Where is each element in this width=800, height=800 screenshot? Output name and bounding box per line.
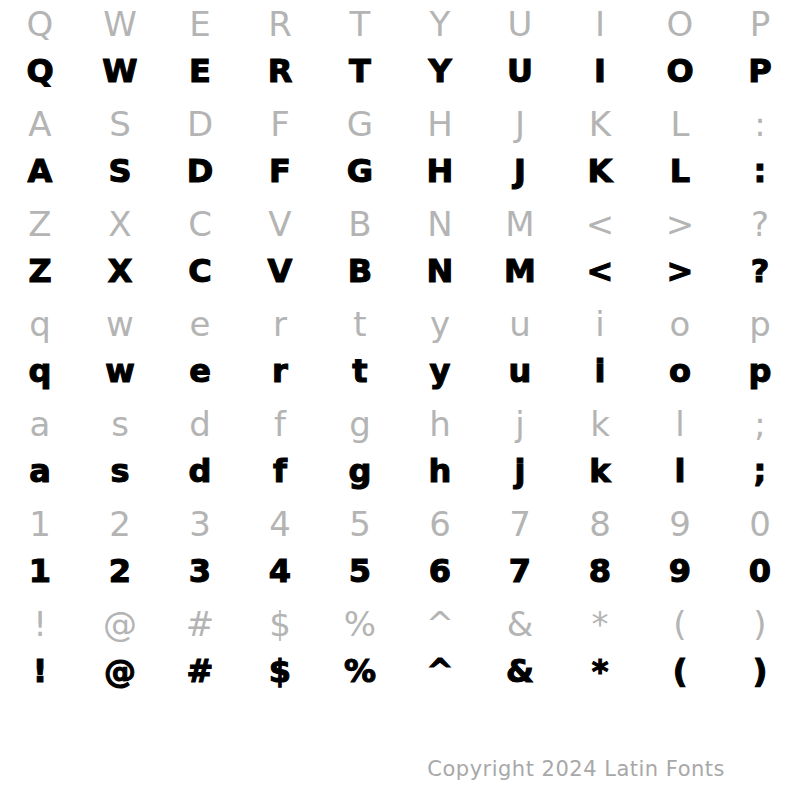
glyph-cell-r14-c8: * — [560, 650, 640, 700]
glyph-cell-r8-c2: w — [80, 350, 160, 400]
glyph-cell-r4-c6: H — [400, 150, 480, 200]
glyph-cell-r8-c9: o — [640, 350, 720, 400]
bold-glyph: & — [506, 655, 534, 687]
light-glyph: 1 — [29, 507, 51, 541]
glyph-cell-r12-c2: 2 — [80, 550, 160, 600]
glyph-cell-r14-c5: % — [320, 650, 400, 700]
bold-glyph: 0 — [749, 555, 771, 587]
bold-glyph: < — [587, 255, 614, 287]
glyph-cell-r5-c7: M — [480, 200, 560, 250]
light-glyph: G — [347, 107, 373, 141]
bold-glyph: O — [666, 55, 693, 87]
glyph-cell-r13-c1: ! — [0, 600, 80, 650]
glyph-cell-r4-c5: G — [320, 150, 400, 200]
bold-glyph: k — [589, 455, 610, 487]
glyph-cell-r14-c10: ) — [720, 650, 800, 700]
glyph-cell-r12-c4: 4 — [240, 550, 320, 600]
bold-glyph: H — [427, 155, 454, 187]
light-glyph: L — [671, 107, 690, 141]
bold-glyph: * — [592, 655, 609, 687]
light-glyph: H — [427, 107, 453, 141]
bold-glyph: B — [348, 255, 372, 287]
bold-glyph: I — [594, 55, 606, 87]
light-glyph: ? — [751, 207, 769, 241]
glyph-cell-r5-c6: N — [400, 200, 480, 250]
bold-glyph: S — [108, 155, 131, 187]
glyph-cell-r7-c4: r — [240, 300, 320, 350]
light-glyph: T — [350, 7, 371, 41]
light-glyph: j — [515, 407, 524, 441]
glyph-cell-r13-c10: ) — [720, 600, 800, 650]
glyph-cell-r12-c10: 0 — [720, 550, 800, 600]
light-glyph: 5 — [349, 507, 371, 541]
glyph-cell-r6-c5: B — [320, 250, 400, 300]
glyph-cell-r14-c9: ( — [640, 650, 720, 700]
bold-glyph: ! — [33, 655, 48, 687]
light-glyph: t — [353, 307, 366, 341]
bold-glyph: w — [105, 355, 135, 387]
bold-glyph: L — [670, 155, 690, 187]
glyph-cell-r12-c7: 7 — [480, 550, 560, 600]
glyph-cell-r11-c6: 6 — [400, 500, 480, 550]
light-glyph: y — [430, 307, 450, 341]
glyph-cell-r13-c6: ^ — [400, 600, 480, 650]
light-glyph: 7 — [509, 507, 531, 541]
glyph-cell-r12-c5: 5 — [320, 550, 400, 600]
glyph-cell-r8-c3: e — [160, 350, 240, 400]
bold-glyph: $ — [269, 655, 291, 687]
light-glyph: ; — [754, 407, 765, 441]
light-glyph: a — [30, 407, 51, 441]
glyph-cell-r14-c2: @ — [80, 650, 160, 700]
light-glyph: * — [592, 607, 609, 641]
glyph-cell-r9-c3: d — [160, 400, 240, 450]
light-glyph: A — [28, 107, 51, 141]
bold-glyph: s — [110, 455, 129, 487]
glyph-cell-r8-c8: i — [560, 350, 640, 400]
glyph-cell-r9-c8: k — [560, 400, 640, 450]
light-glyph: X — [108, 207, 131, 241]
light-glyph: E — [189, 7, 210, 41]
bold-glyph: R — [268, 55, 293, 87]
glyph-cell-r1-c4: R — [240, 0, 320, 50]
glyph-cell-r2-c1: Q — [0, 50, 80, 100]
glyph-cell-r10-c1: a — [0, 450, 80, 500]
glyph-cell-r7-c10: p — [720, 300, 800, 350]
glyph-cell-r3-c6: H — [400, 100, 480, 150]
bold-glyph: e — [189, 355, 211, 387]
light-glyph: J — [515, 107, 525, 141]
glyph-cell-r3-c3: D — [160, 100, 240, 150]
light-glyph: V — [268, 207, 291, 241]
light-glyph: 3 — [189, 507, 211, 541]
light-glyph: s — [111, 407, 129, 441]
bold-glyph: N — [427, 255, 454, 287]
glyph-cell-r6-c3: C — [160, 250, 240, 300]
glyph-cell-r6-c2: X — [80, 250, 160, 300]
glyph-cell-r7-c1: q — [0, 300, 80, 350]
bold-glyph: 3 — [189, 555, 211, 587]
glyph-cell-r5-c4: V — [240, 200, 320, 250]
bold-glyph: J — [514, 155, 526, 187]
light-glyph: U — [508, 7, 533, 41]
light-glyph: Z — [28, 207, 51, 241]
light-glyph: g — [349, 407, 371, 441]
bold-glyph: 9 — [669, 555, 691, 587]
bold-glyph: 2 — [109, 555, 131, 587]
glyph-cell-r7-c7: u — [480, 300, 560, 350]
bold-glyph: r — [272, 355, 288, 387]
glyph-cell-r3-c8: K — [560, 100, 640, 150]
glyph-cell-r11-c10: 0 — [720, 500, 800, 550]
glyph-cell-r2-c8: I — [560, 50, 640, 100]
bold-glyph: E — [189, 55, 211, 87]
glyph-cell-r7-c2: w — [80, 300, 160, 350]
light-glyph: w — [106, 307, 134, 341]
glyph-cell-r1-c2: W — [80, 0, 160, 50]
glyph-cell-r4-c10: : — [720, 150, 800, 200]
light-glyph: Q — [27, 7, 54, 41]
bold-glyph: U — [507, 55, 533, 87]
glyph-cell-r5-c1: Z — [0, 200, 80, 250]
light-glyph: F — [270, 107, 290, 141]
bold-glyph: X — [108, 255, 133, 287]
bold-glyph: i — [595, 355, 606, 387]
bold-glyph: d — [189, 455, 212, 487]
light-glyph: d — [189, 407, 211, 441]
light-glyph: S — [109, 107, 131, 141]
glyph-cell-r1-c9: O — [640, 0, 720, 50]
glyph-cell-r13-c5: % — [320, 600, 400, 650]
glyph-cell-r10-c2: s — [80, 450, 160, 500]
glyph-cell-r13-c7: & — [480, 600, 560, 650]
light-glyph: $ — [269, 607, 291, 641]
glyph-cell-r3-c4: F — [240, 100, 320, 150]
glyph-cell-r12-c1: 1 — [0, 550, 80, 600]
bold-glyph: > — [667, 255, 694, 287]
light-glyph: ) — [753, 607, 766, 641]
glyph-cell-r10-c10: ; — [720, 450, 800, 500]
glyph-cell-r2-c2: W — [80, 50, 160, 100]
copyright-notice: Copyright 2024 Latin Fonts — [427, 757, 725, 781]
glyph-cell-r2-c4: R — [240, 50, 320, 100]
bold-glyph: g — [349, 455, 372, 487]
glyph-cell-r1-c7: U — [480, 0, 560, 50]
light-glyph: h — [429, 407, 451, 441]
glyph-cell-r1-c5: T — [320, 0, 400, 50]
light-glyph: & — [507, 607, 534, 641]
glyph-cell-r6-c7: M — [480, 250, 560, 300]
glyph-cell-r7-c3: e — [160, 300, 240, 350]
glyph-cell-r13-c2: @ — [80, 600, 160, 650]
glyph-cell-r13-c3: # — [160, 600, 240, 650]
glyph-cell-r1-c8: I — [560, 0, 640, 50]
bold-glyph: l — [675, 455, 686, 487]
bold-glyph: Y — [428, 55, 451, 87]
light-glyph: 9 — [669, 507, 691, 541]
bold-glyph: M — [504, 255, 536, 287]
glyph-cell-r4-c3: D — [160, 150, 240, 200]
light-glyph: 2 — [109, 507, 131, 541]
bold-glyph: h — [429, 455, 452, 487]
bold-glyph: A — [28, 155, 53, 187]
glyph-cell-r14-c3: # — [160, 650, 240, 700]
bold-glyph: @ — [104, 655, 136, 687]
glyph-cell-r2-c3: E — [160, 50, 240, 100]
glyph-cell-r11-c1: 1 — [0, 500, 80, 550]
glyph-cell-r2-c10: P — [720, 50, 800, 100]
bold-glyph: % — [344, 655, 376, 687]
glyph-cell-r1-c3: E — [160, 0, 240, 50]
light-glyph: P — [750, 7, 771, 41]
light-glyph: Y — [430, 7, 451, 41]
glyph-cell-r9-c7: j — [480, 400, 560, 450]
bold-glyph: 8 — [589, 555, 611, 587]
glyph-cell-r3-c2: S — [80, 100, 160, 150]
bold-glyph: D — [187, 155, 214, 187]
light-glyph: o — [670, 307, 691, 341]
bold-glyph: Q — [26, 55, 53, 87]
glyph-cell-r6-c10: ? — [720, 250, 800, 300]
bold-glyph: 1 — [29, 555, 51, 587]
glyph-cell-r11-c9: 9 — [640, 500, 720, 550]
light-glyph: 8 — [589, 507, 611, 541]
bold-glyph: j — [515, 455, 526, 487]
light-glyph: K — [589, 107, 611, 141]
glyph-cell-r8-c6: y — [400, 350, 480, 400]
light-glyph: : — [754, 107, 765, 141]
glyph-cell-r11-c3: 3 — [160, 500, 240, 550]
bold-glyph: t — [352, 355, 367, 387]
glyph-cell-r10-c9: l — [640, 450, 720, 500]
bold-glyph: K — [588, 155, 613, 187]
light-glyph: @ — [103, 607, 137, 641]
glyph-cell-r5-c9: > — [640, 200, 720, 250]
light-glyph: k — [590, 407, 610, 441]
glyph-grid: QWERTYUIOPQWERTYUIOPASDFGHJKL:ASDFGHJKL:… — [0, 0, 800, 700]
bold-glyph: 5 — [349, 555, 371, 587]
bold-glyph: # — [187, 655, 214, 687]
glyph-cell-r5-c2: X — [80, 200, 160, 250]
bold-glyph: f — [273, 455, 287, 487]
light-glyph: > — [666, 207, 695, 241]
glyph-cell-r14-c1: ! — [0, 650, 80, 700]
bold-glyph: : — [754, 155, 767, 187]
light-glyph: r — [273, 307, 287, 341]
glyph-cell-r7-c6: y — [400, 300, 480, 350]
glyph-cell-r6-c8: < — [560, 250, 640, 300]
glyph-cell-r9-c9: l — [640, 400, 720, 450]
glyph-cell-r10-c6: h — [400, 450, 480, 500]
light-glyph: O — [667, 7, 694, 41]
bold-glyph: o — [669, 355, 691, 387]
light-glyph: ^ — [426, 607, 455, 641]
glyph-cell-r14-c4: $ — [240, 650, 320, 700]
bold-glyph: T — [349, 55, 371, 87]
light-glyph: # — [186, 607, 215, 641]
bold-glyph: ( — [673, 655, 688, 687]
font-specimen-page: QWERTYUIOPQWERTYUIOPASDFGHJKL:ASDFGHJKL:… — [0, 0, 800, 800]
glyph-cell-r4-c7: J — [480, 150, 560, 200]
glyph-cell-r2-c7: U — [480, 50, 560, 100]
glyph-cell-r8-c4: r — [240, 350, 320, 400]
glyph-cell-r7-c8: i — [560, 300, 640, 350]
glyph-cell-r14-c6: ^ — [400, 650, 480, 700]
bold-glyph: P — [748, 55, 771, 87]
glyph-cell-r7-c5: t — [320, 300, 400, 350]
light-glyph: I — [595, 7, 605, 41]
glyph-cell-r9-c10: ; — [720, 400, 800, 450]
glyph-cell-r11-c8: 8 — [560, 500, 640, 550]
glyph-cell-r11-c4: 4 — [240, 500, 320, 550]
glyph-cell-r13-c8: * — [560, 600, 640, 650]
bold-glyph: u — [509, 355, 532, 387]
bold-glyph: ; — [754, 455, 767, 487]
bold-glyph: p — [749, 355, 772, 387]
glyph-cell-r7-c9: o — [640, 300, 720, 350]
glyph-cell-r5-c10: ? — [720, 200, 800, 250]
glyph-cell-r4-c8: K — [560, 150, 640, 200]
light-glyph: M — [505, 207, 534, 241]
glyph-cell-r6-c6: N — [400, 250, 480, 300]
bold-glyph: 4 — [269, 555, 291, 587]
glyph-cell-r3-c9: L — [640, 100, 720, 150]
glyph-cell-r4-c2: S — [80, 150, 160, 200]
glyph-cell-r5-c5: B — [320, 200, 400, 250]
bold-glyph: Z — [28, 255, 51, 287]
bold-glyph: C — [188, 255, 211, 287]
glyph-cell-r9-c1: a — [0, 400, 80, 450]
glyph-cell-r8-c5: t — [320, 350, 400, 400]
light-glyph: i — [595, 307, 604, 341]
light-glyph: W — [103, 7, 137, 41]
bold-glyph: V — [268, 255, 293, 287]
glyph-cell-r9-c2: s — [80, 400, 160, 450]
light-glyph: < — [586, 207, 615, 241]
light-glyph: B — [348, 207, 371, 241]
glyph-cell-r4-c9: L — [640, 150, 720, 200]
glyph-cell-r14-c7: & — [480, 650, 560, 700]
glyph-cell-r13-c4: $ — [240, 600, 320, 650]
glyph-cell-r6-c4: V — [240, 250, 320, 300]
bold-glyph: y — [430, 355, 451, 387]
light-glyph: q — [29, 307, 51, 341]
glyph-cell-r3-c1: A — [0, 100, 80, 150]
light-glyph: p — [749, 307, 771, 341]
glyph-cell-r12-c9: 9 — [640, 550, 720, 600]
glyph-cell-r10-c7: j — [480, 450, 560, 500]
bold-glyph: ? — [751, 255, 770, 287]
glyph-cell-r11-c5: 5 — [320, 500, 400, 550]
glyph-cell-r11-c7: 7 — [480, 500, 560, 550]
glyph-cell-r9-c4: f — [240, 400, 320, 450]
glyph-cell-r2-c6: Y — [400, 50, 480, 100]
light-glyph: 6 — [429, 507, 451, 541]
glyph-cell-r8-c7: u — [480, 350, 560, 400]
light-glyph: u — [509, 307, 531, 341]
glyph-cell-r6-c9: > — [640, 250, 720, 300]
glyph-cell-r8-c10: p — [720, 350, 800, 400]
bold-glyph: W — [102, 55, 137, 87]
glyph-cell-r13-c9: ( — [640, 600, 720, 650]
light-glyph: R — [268, 7, 292, 41]
glyph-cell-r12-c6: 6 — [400, 550, 480, 600]
glyph-cell-r3-c10: : — [720, 100, 800, 150]
light-glyph: ( — [673, 607, 686, 641]
glyph-cell-r3-c7: J — [480, 100, 560, 150]
light-glyph: l — [675, 407, 684, 441]
glyph-cell-r9-c5: g — [320, 400, 400, 450]
glyph-cell-r2-c5: T — [320, 50, 400, 100]
glyph-cell-r4-c4: F — [240, 150, 320, 200]
glyph-cell-r10-c4: f — [240, 450, 320, 500]
bold-glyph: 7 — [509, 555, 531, 587]
light-glyph: 0 — [749, 507, 771, 541]
bold-glyph: a — [29, 455, 51, 487]
glyph-cell-r12-c8: 8 — [560, 550, 640, 600]
glyph-cell-r3-c5: G — [320, 100, 400, 150]
light-glyph: 4 — [269, 507, 291, 541]
glyph-cell-r10-c8: k — [560, 450, 640, 500]
glyph-cell-r1-c1: Q — [0, 0, 80, 50]
glyph-cell-r12-c3: 3 — [160, 550, 240, 600]
glyph-cell-r11-c2: 2 — [80, 500, 160, 550]
glyph-cell-r8-c1: q — [0, 350, 80, 400]
glyph-cell-r9-c6: h — [400, 400, 480, 450]
bold-glyph: ^ — [427, 655, 454, 687]
glyph-cell-r1-c6: Y — [400, 0, 480, 50]
glyph-cell-r10-c3: d — [160, 450, 240, 500]
glyph-cell-r6-c1: Z — [0, 250, 80, 300]
glyph-cell-r5-c8: < — [560, 200, 640, 250]
bold-glyph: 6 — [429, 555, 451, 587]
glyph-cell-r4-c1: A — [0, 150, 80, 200]
glyph-cell-r1-c10: P — [720, 0, 800, 50]
bold-glyph: G — [347, 155, 373, 187]
light-glyph: N — [427, 207, 452, 241]
light-glyph: % — [344, 607, 376, 641]
bold-glyph: ) — [753, 655, 768, 687]
glyph-cell-r2-c9: O — [640, 50, 720, 100]
light-glyph: D — [187, 107, 213, 141]
bold-glyph: q — [29, 355, 52, 387]
light-glyph: e — [190, 307, 211, 341]
glyph-cell-r10-c5: g — [320, 450, 400, 500]
light-glyph: f — [274, 407, 286, 441]
light-glyph: ! — [33, 607, 47, 641]
light-glyph: C — [188, 207, 212, 241]
bold-glyph: F — [269, 155, 291, 187]
glyph-cell-r5-c3: C — [160, 200, 240, 250]
